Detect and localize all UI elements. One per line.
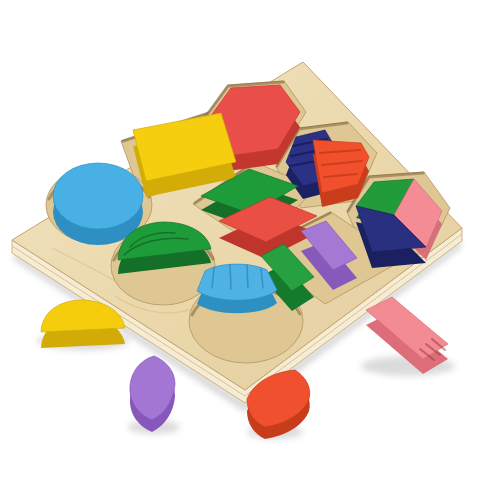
piece-purple-circle-third[interactable] (128, 356, 180, 434)
piece-blue-circle-third[interactable] (197, 264, 277, 313)
piece-pink-square-third[interactable] (361, 297, 455, 376)
product-photo (0, 0, 500, 500)
puzzle-photo-svg (0, 0, 500, 500)
piece-blue-circle-whole[interactable] (53, 163, 143, 245)
